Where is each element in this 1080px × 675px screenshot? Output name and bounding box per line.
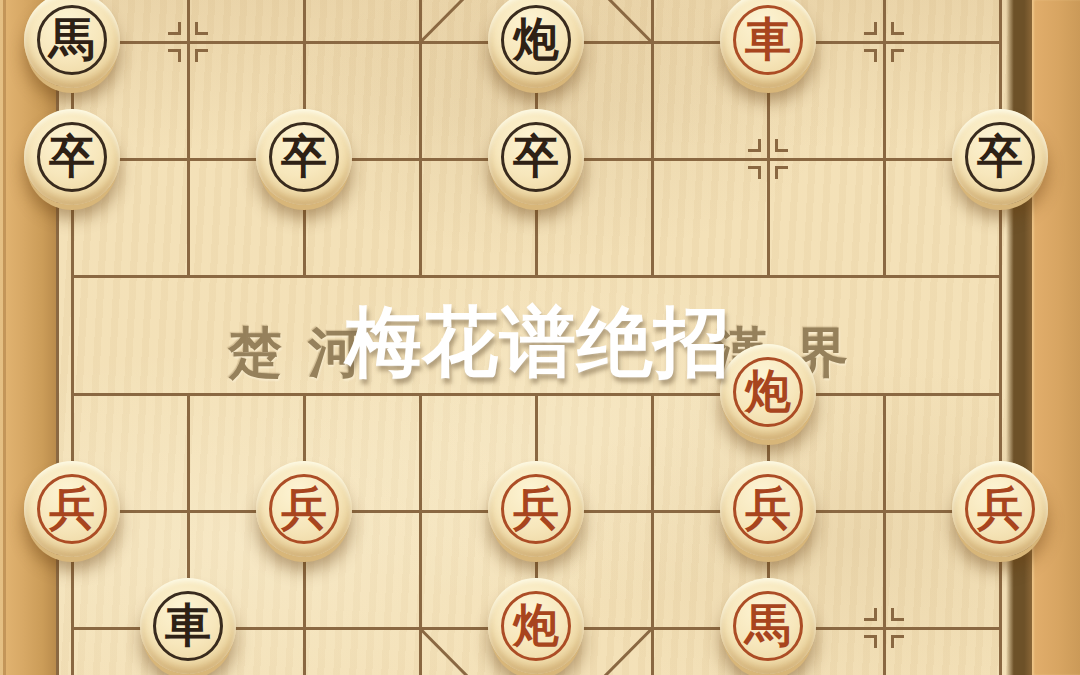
piece-black-cannon[interactable]: 炮 (488, 0, 584, 88)
piece-red-horse[interactable]: 馬 (720, 578, 816, 674)
piece-glyph-cannon: 炮 (488, 578, 584, 674)
piece-black-soldier[interactable]: 卒 (256, 109, 352, 205)
piece-red-cannon[interactable]: 炮 (720, 344, 816, 440)
piece-glyph-soldier: 卒 (488, 109, 584, 205)
piece-red-cannon[interactable]: 炮 (488, 578, 584, 674)
piece-glyph-soldier: 兵 (24, 461, 120, 557)
piece-black-chariot[interactable]: 車 (140, 578, 236, 674)
piece-glyph-horse: 馬 (720, 578, 816, 674)
piece-glyph-soldier: 兵 (256, 461, 352, 557)
piece-black-soldier[interactable]: 卒 (488, 109, 584, 205)
piece-glyph-cannon: 炮 (720, 344, 816, 440)
piece-glyph-soldier: 卒 (256, 109, 352, 205)
piece-glyph-cannon: 炮 (488, 0, 584, 88)
piece-glyph-soldier: 兵 (952, 461, 1048, 557)
piece-glyph-soldier: 卒 (952, 109, 1048, 205)
piece-glyph-chariot: 車 (140, 578, 236, 674)
piece-black-soldier[interactable]: 卒 (24, 109, 120, 205)
xiangqi-app-screenshot: 楚河 漢界 馬炮車卒卒卒卒炮兵兵兵兵兵車炮馬 梅花谱绝招 (0, 0, 1080, 675)
piece-black-soldier[interactable]: 卒 (952, 109, 1048, 205)
piece-glyph-soldier: 兵 (720, 461, 816, 557)
piece-red-soldier[interactable]: 兵 (952, 461, 1048, 557)
piece-red-soldier[interactable]: 兵 (256, 461, 352, 557)
piece-black-horse[interactable]: 馬 (24, 0, 120, 88)
piece-glyph-chariot: 車 (720, 0, 816, 88)
piece-red-soldier[interactable]: 兵 (24, 461, 120, 557)
piece-red-soldier[interactable]: 兵 (488, 461, 584, 557)
piece-red-chariot[interactable]: 車 (720, 0, 816, 88)
piece-red-soldier[interactable]: 兵 (720, 461, 816, 557)
overlay-title: 梅花谱绝招 (346, 304, 731, 380)
piece-glyph-soldier: 兵 (488, 461, 584, 557)
piece-glyph-soldier: 卒 (24, 109, 120, 205)
piece-glyph-horse: 馬 (24, 0, 120, 88)
